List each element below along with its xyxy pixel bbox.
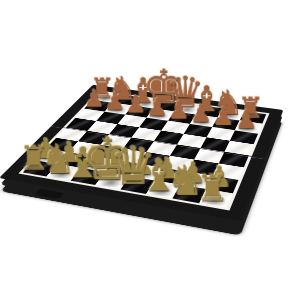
piece-copper-rook: ♜ xyxy=(224,94,277,122)
fen-notation: rnbqkbnr/pppppppp/8/8/8/8/PPPPPPPP/RNBQK… xyxy=(0,0,1,1)
board-square[interactable]: ♛ xyxy=(174,103,201,115)
board-square[interactable] xyxy=(146,141,177,156)
chess-board: ♜♞♝♚♛♝♞♜♟♟♟♟♟♟♟♟♟♟♟♟♟♟♟♟♜♞♝♚♛♝♞♜ xyxy=(0,85,283,222)
board-square[interactable] xyxy=(46,138,78,153)
folding-chess-set: ♜♞♝♚♛♝♞♜♟♟♟♟♟♟♟♟♟♟♟♟♟♟♟♟♜♞♝♚♛♝♞♜ xyxy=(0,85,283,222)
board-square[interactable]: ♟ xyxy=(206,176,238,194)
board-square[interactable]: ♜ xyxy=(199,189,233,208)
product-photo: ♜♞♝♚♛♝♞♜♟♟♟♟♟♟♟♟♟♟♟♟♟♟♟♟♜♞♝♚♛♝♞♜ rnbqkbn… xyxy=(0,0,292,292)
